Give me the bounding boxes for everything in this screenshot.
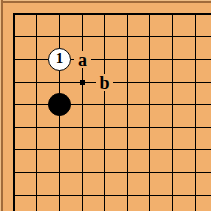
grid-line-vertical bbox=[149, 13, 150, 211]
board-background bbox=[0, 0, 211, 211]
board-border-left bbox=[1, 0, 3, 211]
grid-line-vertical bbox=[82, 13, 83, 211]
board-border-top bbox=[0, 1, 211, 3]
grid-line-vertical bbox=[172, 13, 173, 211]
grid-line-horizontal bbox=[13, 13, 211, 15]
grid-line-horizontal bbox=[13, 127, 211, 128]
grid-line-horizontal bbox=[13, 195, 211, 196]
go-board-diagram: ab1 bbox=[0, 0, 211, 211]
white-stone: 1 bbox=[48, 48, 71, 71]
star-point bbox=[80, 80, 85, 85]
black-stone bbox=[48, 93, 71, 116]
point-label-a: a bbox=[74, 51, 91, 68]
grid-line-vertical bbox=[36, 13, 37, 211]
grid-line-horizontal bbox=[13, 104, 211, 105]
grid-line-vertical bbox=[195, 13, 196, 211]
grid-line-horizontal bbox=[13, 149, 211, 150]
grid-line-vertical bbox=[104, 13, 105, 211]
grid-line-horizontal bbox=[13, 172, 211, 173]
grid-line-vertical bbox=[127, 13, 128, 211]
grid-line-vertical bbox=[13, 13, 15, 211]
point-label-b: b bbox=[96, 74, 113, 91]
stone-number: 1 bbox=[56, 51, 64, 66]
grid-line-horizontal bbox=[13, 59, 211, 60]
grid-line-horizontal bbox=[13, 36, 211, 37]
